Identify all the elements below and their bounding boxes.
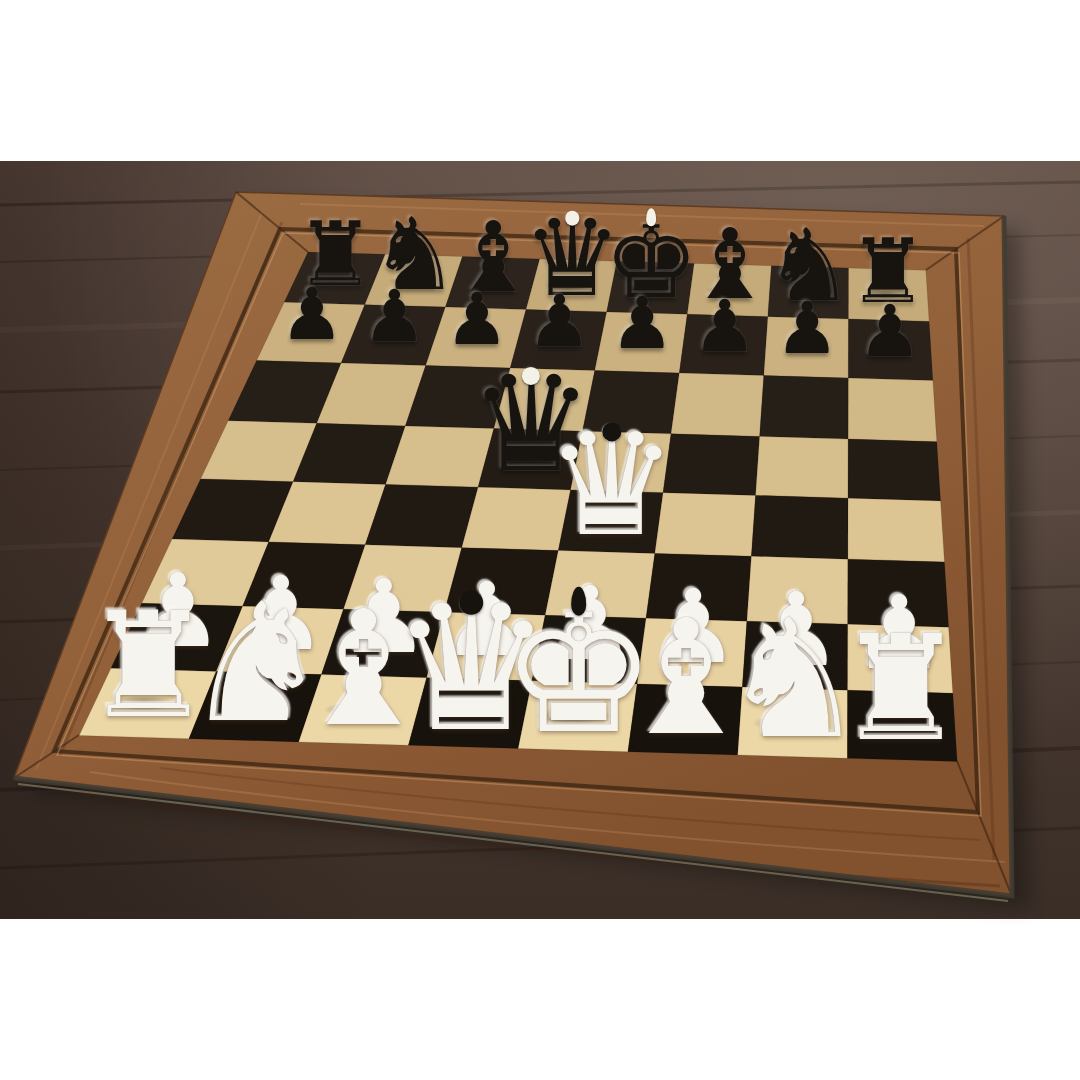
square-c1 [299,674,427,746]
square-c2 [321,609,444,679]
square-e3 [545,550,655,618]
square-e6 [582,370,679,434]
square-d4 [462,487,571,551]
square-d5 [478,428,582,490]
square-f7 [679,314,768,376]
square-e5 [571,431,671,493]
square-h8 [847,268,931,321]
square-d6 [494,368,595,432]
square-h1 [846,690,960,761]
square-h7 [847,319,935,381]
square-d3 [444,547,558,615]
square-d8 [526,259,617,313]
square-e2 [532,615,646,684]
square-f3 [646,553,751,621]
square-f4 [655,492,756,556]
square-f1 [628,684,742,755]
square-g7 [764,317,850,378]
square-h5 [846,439,942,501]
square-f5 [663,434,760,496]
square-h3 [846,559,951,627]
chess-set-product-photo: ♜♞♝♛♚♝♞♜♟♟♟♟♟♟♟♟♛♛♟♟♟♟♟♟♟♟♜♞♝♛♚♝♞♜ [0,0,1080,1080]
square-g8 [768,266,850,319]
table-and-board-graphic [0,0,1080,1080]
square-h4 [846,498,946,562]
square-f6 [671,373,764,437]
square-d1 [408,677,531,749]
square-f8 [687,263,771,316]
square-h2 [846,624,955,693]
square-g5 [756,436,850,498]
square-f2 [637,618,747,687]
square-e7 [595,312,688,374]
square-g6 [760,376,850,440]
square-h6 [847,378,939,442]
square-g4 [751,495,849,559]
square-e1 [518,680,637,751]
square-d7 [510,309,606,371]
square-g2 [742,621,849,690]
square-e8 [607,261,695,315]
square-d2 [427,612,546,681]
square-g1 [738,687,850,758]
square-e4 [558,490,663,554]
square-g3 [747,556,850,624]
